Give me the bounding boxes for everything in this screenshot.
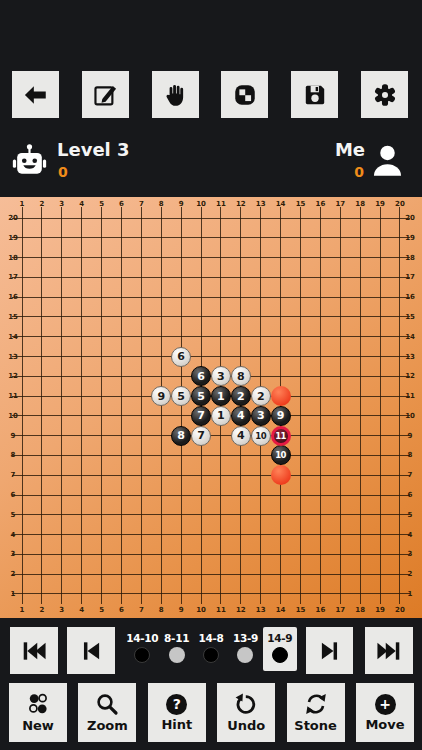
- undo-label: Undo: [227, 718, 265, 733]
- grid-line: [12, 336, 410, 337]
- coord-label-bottom: 15: [296, 606, 306, 614]
- history-move-label: 14-8: [198, 632, 223, 644]
- edit-icon: [92, 82, 118, 108]
- stone-white-4: 4: [231, 426, 251, 446]
- coord-label-bottom: 18: [355, 606, 365, 614]
- coord-label-right: 8: [408, 451, 413, 459]
- history-stone-dot: [237, 647, 253, 663]
- coord-label-bottom: 9: [179, 606, 184, 614]
- coord-label-top: 15: [296, 200, 306, 208]
- move-button[interactable]: + Move: [356, 683, 414, 742]
- coord-label-left: 11: [8, 392, 18, 400]
- coord-label-top: 13: [256, 200, 266, 208]
- coord-label-top: 8: [159, 200, 164, 208]
- coord-label-left: 20: [8, 214, 18, 222]
- coord-label-right: 6: [408, 491, 413, 499]
- stone-white-7: 7: [191, 426, 211, 446]
- grid-line: [380, 207, 381, 604]
- coord-label-bottom: 4: [79, 606, 84, 614]
- zoom-button[interactable]: Zoom: [78, 683, 136, 742]
- history-stone-dot: [169, 647, 185, 663]
- stone-white-2: 2: [251, 386, 271, 406]
- grid-line: [360, 207, 361, 604]
- coord-label-left: 6: [11, 491, 16, 499]
- history-move-label: 14-9: [267, 632, 292, 644]
- grid-line: [340, 207, 341, 604]
- computer-player-name: Level 3: [57, 139, 130, 160]
- grid-line: [12, 277, 410, 278]
- threat-marker: [271, 465, 291, 485]
- history-move-label: 8-11: [164, 632, 189, 644]
- grid-line: [12, 514, 410, 515]
- grid-line: [22, 207, 23, 604]
- coord-label-bottom: 13: [256, 606, 266, 614]
- checkerboard-theme-icon: [232, 82, 258, 108]
- coord-label-right: 2: [408, 570, 413, 578]
- person-avatar-icon: [369, 141, 406, 181]
- coord-label-bottom: 14: [276, 606, 286, 614]
- coord-label-top: 18: [355, 200, 365, 208]
- coord-label-top: 5: [99, 200, 104, 208]
- back-arrow-icon: [23, 82, 49, 108]
- coord-label-left: 10: [8, 412, 18, 420]
- stone-white-8: 8: [231, 366, 251, 386]
- threat-marker: [271, 386, 291, 406]
- grid-line: [81, 207, 82, 604]
- step-forward-icon: [317, 638, 343, 664]
- move-label: Move: [365, 717, 404, 732]
- stone-white-5: 5: [171, 386, 191, 406]
- grid-line: [101, 207, 102, 604]
- game-board[interactable]: 1111222233334444555566667777888899991010…: [0, 197, 422, 618]
- coord-label-right: 15: [405, 313, 415, 321]
- coord-label-top: 16: [316, 200, 326, 208]
- coord-label-top: 3: [59, 200, 64, 208]
- coord-label-right: 18: [405, 254, 415, 262]
- stone-black-1: 1: [211, 386, 231, 406]
- skip-to-start-icon: [21, 638, 47, 664]
- coord-label-left: 14: [8, 333, 18, 341]
- stone-white-9: 9: [151, 386, 171, 406]
- coord-label-top: 2: [39, 200, 44, 208]
- new-game-stones-icon: [26, 692, 50, 716]
- coord-label-left: 4: [11, 531, 16, 539]
- hand-pan-icon: [162, 82, 188, 108]
- coord-label-bottom: 3: [59, 606, 64, 614]
- coord-label-right: 12: [405, 372, 415, 380]
- grid-line: [12, 356, 410, 357]
- grid-line: [12, 593, 410, 594]
- skip-to-end-button[interactable]: [365, 627, 413, 674]
- grid-line: [300, 207, 301, 604]
- coord-label-right: 3: [408, 550, 413, 558]
- coord-label-right: 11: [405, 392, 415, 400]
- hint-label: Hint: [161, 717, 192, 732]
- coord-label-bottom: 11: [216, 606, 226, 614]
- stone-black-3: 3: [251, 406, 271, 426]
- coord-label-top: 11: [216, 200, 226, 208]
- grid-line: [12, 554, 410, 555]
- stone-label: Stone: [294, 718, 337, 733]
- coord-label-bottom: 17: [335, 606, 345, 614]
- coord-label-bottom: 1: [20, 606, 25, 614]
- coord-label-right: 7: [408, 471, 413, 479]
- coord-label-right: 16: [405, 293, 415, 301]
- step-back-icon: [78, 638, 104, 664]
- coord-label-left: 9: [11, 432, 16, 440]
- app-root: Level 3 0 Me 0 1111222233334444555566667…: [0, 0, 422, 750]
- coord-label-right: 1: [408, 590, 413, 598]
- coord-label-top: 12: [236, 200, 246, 208]
- skip-to-start-button[interactable]: [10, 627, 58, 674]
- board-theme-button[interactable]: [221, 71, 268, 118]
- coord-label-right: 9: [408, 432, 413, 440]
- stone-black-2: 2: [231, 386, 251, 406]
- grid-line: [12, 237, 410, 238]
- human-player-score: 0: [354, 164, 364, 180]
- edit-button[interactable]: [82, 71, 129, 118]
- human-player-name: Me: [335, 139, 365, 160]
- coord-label-bottom: 8: [159, 606, 164, 614]
- coord-label-top: 6: [119, 200, 124, 208]
- stone-black-5: 5: [191, 386, 211, 406]
- stone-black-7: 7: [191, 406, 211, 426]
- coord-label-bottom: 7: [139, 606, 144, 614]
- save-icon: [302, 82, 328, 108]
- coord-label-right: 5: [408, 511, 413, 519]
- coord-label-bottom: 10: [196, 606, 206, 614]
- new-game-label: New: [22, 718, 54, 733]
- new-game-button[interactable]: New: [9, 683, 67, 742]
- coord-label-bottom: 5: [99, 606, 104, 614]
- history-stone-dot: [203, 647, 219, 663]
- stone-white-1: 1: [211, 406, 231, 426]
- robot-icon: [11, 141, 48, 181]
- stone-button[interactable]: Stone: [287, 683, 345, 742]
- history-stone-dot: [272, 647, 288, 663]
- coord-label-right: 17: [405, 273, 415, 281]
- coord-label-left: 3: [11, 550, 16, 558]
- grid-line: [12, 475, 410, 476]
- coord-label-right: 4: [408, 531, 413, 539]
- stone-black-9: 9: [271, 406, 291, 426]
- move-history-strip: 14-10 8-11 14-8 13-9 14-9: [125, 627, 297, 674]
- coord-label-left: 15: [8, 313, 18, 321]
- stone-black-8: 8: [171, 426, 191, 446]
- coord-label-bottom: 20: [395, 606, 405, 614]
- coord-label-left: 18: [8, 254, 18, 262]
- coord-label-top: 1: [20, 200, 25, 208]
- coord-label-left: 8: [11, 451, 16, 459]
- save-button[interactable]: [291, 71, 338, 118]
- stone-black-4: 4: [231, 406, 251, 426]
- grid-line: [12, 574, 410, 575]
- coord-label-left: 13: [8, 353, 18, 361]
- coord-label-bottom: 12: [236, 606, 246, 614]
- hand-button[interactable]: [152, 71, 199, 118]
- coord-label-left: 2: [11, 570, 16, 578]
- grid-line: [320, 207, 321, 604]
- coord-label-top: 9: [179, 200, 184, 208]
- stone-black-11: 11: [271, 426, 291, 446]
- coord-label-top: 14: [276, 200, 286, 208]
- coord-label-left: 5: [11, 511, 16, 519]
- grid-line: [12, 455, 410, 456]
- coord-label-left: 17: [8, 273, 18, 281]
- hint-button[interactable]: ? Undo Hint: [148, 683, 206, 742]
- coord-label-bottom: 16: [316, 606, 326, 614]
- stone-black-6: 6: [191, 366, 211, 386]
- grid-line: [41, 207, 42, 604]
- history-entry[interactable]: 14-9: [263, 627, 297, 671]
- coord-label-right: 19: [405, 234, 415, 242]
- coord-label-bottom: 2: [39, 606, 44, 614]
- question-circle-icon: ?: [166, 694, 187, 715]
- grid-line: [12, 257, 410, 258]
- stone-white-3: 3: [211, 366, 231, 386]
- grid-line: [141, 207, 142, 604]
- coord-label-bottom: 6: [119, 606, 124, 614]
- coord-label-bottom: 19: [375, 606, 385, 614]
- magnifier-icon: [95, 692, 119, 716]
- coord-label-top: 4: [79, 200, 84, 208]
- skip-to-end-icon: [376, 638, 402, 664]
- history-entry[interactable]: 13-9: [228, 627, 262, 674]
- coord-label-top: 17: [335, 200, 345, 208]
- grid-line: [12, 297, 410, 298]
- coord-label-left: 19: [8, 234, 18, 242]
- coord-label-top: 20: [395, 200, 405, 208]
- history-move-label: 13-9: [233, 632, 258, 644]
- coord-label-left: 1: [11, 590, 16, 598]
- grid-line: [12, 316, 410, 317]
- stone-white-10: 10: [251, 426, 271, 446]
- stone-black-10: 10: [271, 445, 291, 465]
- coord-label-right: 14: [405, 333, 415, 341]
- coord-label-left: 16: [8, 293, 18, 301]
- coord-label-right: 10: [405, 412, 415, 420]
- settings-gear-icon: [372, 82, 398, 108]
- coord-label-left: 12: [8, 372, 18, 380]
- coord-label-top: 7: [139, 200, 144, 208]
- history-move-label: 14-10: [126, 632, 158, 644]
- grid-line: [12, 218, 410, 219]
- history-entry[interactable]: 8-11: [159, 627, 193, 674]
- undo-button[interactable]: Undo: [217, 683, 275, 742]
- grid-line: [61, 207, 62, 604]
- step-forward-button[interactable]: [306, 627, 353, 674]
- coord-label-left: 7: [11, 471, 16, 479]
- coord-label-right: 20: [405, 214, 415, 222]
- grid-line: [12, 495, 410, 496]
- zoom-label: Zoom: [87, 718, 128, 733]
- computer-player-score: 0: [58, 164, 68, 180]
- history-entry[interactable]: 14-8: [194, 627, 228, 674]
- stone-white-6: 6: [171, 347, 191, 367]
- history-entry[interactable]: 14-10: [125, 627, 159, 674]
- coord-label-right: 13: [405, 353, 415, 361]
- grid-line: [12, 534, 410, 535]
- undo-arrow-icon: [234, 692, 258, 716]
- grid-line: [121, 207, 122, 604]
- plus-circle-icon: +: [375, 694, 396, 715]
- grid-line: [399, 207, 400, 604]
- coord-label-top: 19: [375, 200, 385, 208]
- coord-label-top: 10: [196, 200, 206, 208]
- back-button[interactable]: [12, 71, 59, 118]
- settings-button[interactable]: [361, 71, 408, 118]
- history-stone-dot: [134, 647, 150, 663]
- swap-arrows-icon: [304, 692, 328, 716]
- step-back-button[interactable]: [67, 627, 115, 674]
